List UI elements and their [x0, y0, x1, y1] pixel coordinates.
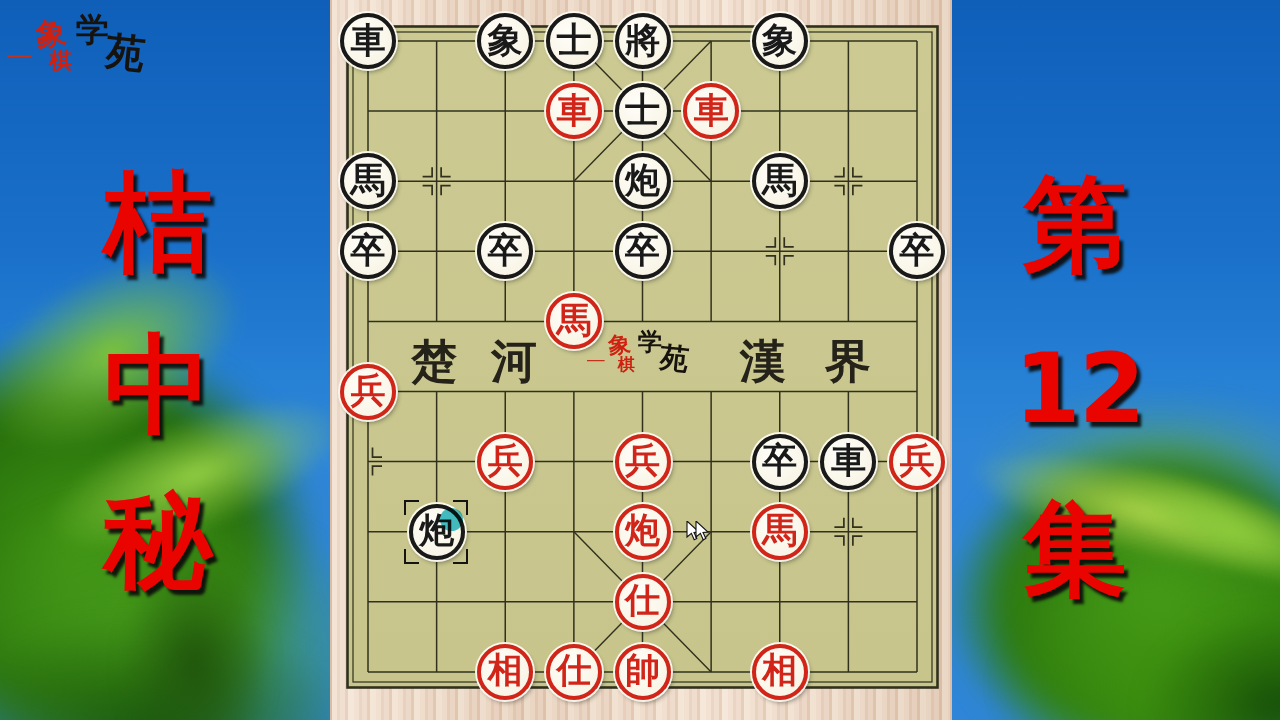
- episode-title: 第 12 集: [1014, 0, 1136, 720]
- piece-glyph: 車: [556, 93, 591, 128]
- piece-red-P[interactable]: 兵: [340, 364, 396, 420]
- piece-glyph: 卒: [762, 443, 797, 478]
- series-title-char: 秘: [100, 486, 216, 594]
- piece-black-p[interactable]: 卒: [615, 223, 671, 279]
- piece-red-P[interactable]: 兵: [889, 434, 945, 490]
- piece-black-c[interactable]: 炮: [409, 504, 465, 560]
- piece-glyph: 馬: [556, 303, 591, 338]
- piece-red-E[interactable]: 相: [752, 644, 808, 700]
- piece-glyph: 兵: [351, 373, 386, 408]
- piece-glyph: 相: [488, 653, 523, 688]
- series-title-char: 桔: [100, 168, 216, 276]
- piece-glyph: 卒: [625, 233, 660, 268]
- piece-glyph: 帥: [625, 653, 660, 688]
- piece-black-a[interactable]: 士: [546, 13, 602, 69]
- piece-black-p[interactable]: 卒: [752, 434, 808, 490]
- piece-red-R[interactable]: 車: [546, 83, 602, 139]
- piece-glyph: 將: [625, 23, 660, 58]
- episode-title-char: 集: [1014, 497, 1136, 601]
- piece-glyph: 馬: [762, 513, 797, 548]
- piece-black-p[interactable]: 卒: [477, 223, 533, 279]
- piece-glyph: 卒: [488, 233, 523, 268]
- episode-title-char: 第: [1014, 172, 1136, 276]
- piece-black-n[interactable]: 馬: [752, 153, 808, 209]
- piece-glyph: 士: [556, 23, 591, 58]
- piece-glyph: 炮: [625, 163, 660, 198]
- piece-glyph: 相: [762, 653, 797, 688]
- series-title-char: 中: [100, 331, 216, 439]
- piece-red-C[interactable]: 炮: [615, 504, 671, 560]
- piece-black-k[interactable]: 將: [615, 13, 671, 69]
- piece-black-e[interactable]: 象: [752, 13, 808, 69]
- piece-glyph: 馬: [762, 163, 797, 198]
- piece-black-c[interactable]: 炮: [615, 153, 671, 209]
- xiangqi-board: 楚 河 漢 界 車象士將象車士車馬炮馬卒卒卒卒馬兵兵兵卒車兵炮炮馬仕相仕帥相: [330, 0, 952, 720]
- piece-glyph: 兵: [900, 443, 935, 478]
- piece-glyph: 車: [351, 23, 386, 58]
- piece-glyph: 炮: [625, 513, 660, 548]
- piece-glyph: 士: [625, 93, 660, 128]
- piece-glyph: 仕: [625, 583, 660, 618]
- video-frame: 桔 中 秘 第 12 集 一 象 棋 学 苑 楚 河 漢 界 車象士將象車士車馬…: [0, 0, 1280, 720]
- piece-black-p[interactable]: 卒: [340, 223, 396, 279]
- piece-black-e[interactable]: 象: [477, 13, 533, 69]
- piece-red-P[interactable]: 兵: [477, 434, 533, 490]
- piece-glyph: 卒: [900, 233, 935, 268]
- last-move-teal-dot: [440, 508, 463, 531]
- piece-glyph: 馬: [351, 163, 386, 198]
- piece-glyph: 兵: [488, 443, 523, 478]
- piece-black-a[interactable]: 士: [615, 83, 671, 139]
- episode-number: 12: [1014, 341, 1136, 437]
- piece-red-A[interactable]: 仕: [546, 644, 602, 700]
- pieces-grid: 車象士將象車士車馬炮馬卒卒卒卒馬兵兵兵卒車兵炮炮馬仕相仕帥相: [334, 6, 952, 707]
- piece-red-N[interactable]: 馬: [752, 504, 808, 560]
- piece-red-N[interactable]: 馬: [546, 293, 602, 349]
- mouse-cursor: [686, 521, 718, 549]
- piece-black-n[interactable]: 馬: [340, 153, 396, 209]
- piece-red-K[interactable]: 帥: [615, 644, 671, 700]
- piece-red-E[interactable]: 相: [477, 644, 533, 700]
- piece-glyph: 仕: [556, 653, 591, 688]
- piece-red-R[interactable]: 車: [683, 83, 739, 139]
- piece-glyph: 象: [762, 23, 797, 58]
- piece-red-P[interactable]: 兵: [615, 434, 671, 490]
- piece-glyph: 兵: [625, 443, 660, 478]
- series-title: 桔 中 秘: [100, 0, 216, 720]
- piece-red-A[interactable]: 仕: [615, 574, 671, 630]
- piece-glyph: 車: [694, 93, 729, 128]
- piece-black-p[interactable]: 卒: [889, 223, 945, 279]
- piece-glyph: 象: [488, 23, 523, 58]
- piece-glyph: 卒: [351, 233, 386, 268]
- piece-black-r[interactable]: 車: [820, 434, 876, 490]
- piece-glyph: 車: [831, 443, 866, 478]
- piece-black-r[interactable]: 車: [340, 13, 396, 69]
